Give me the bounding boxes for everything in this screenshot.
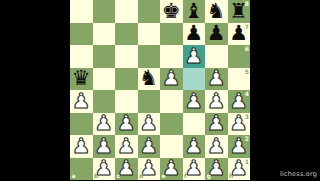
square-e8[interactable]: ♚ bbox=[160, 0, 183, 23]
black-knight[interactable]: ♞ bbox=[207, 0, 226, 21]
square-c8[interactable] bbox=[115, 0, 138, 23]
square-d3[interactable]: ♟ bbox=[138, 113, 161, 136]
square-a3[interactable] bbox=[70, 113, 93, 136]
square-f3[interactable] bbox=[183, 113, 206, 136]
chess-board[interactable]: ♚♝♞♜8♟♟♟7♟6♛♞♟♟5♟♟♟♟4♟♟♟♟♟3♟♟♟♟♟♟♟2a♟b♟c… bbox=[70, 0, 250, 180]
square-g1[interactable]: ♟g bbox=[205, 158, 228, 181]
square-g4[interactable]: ♟ bbox=[205, 90, 228, 113]
square-b6[interactable] bbox=[93, 45, 116, 68]
square-e2[interactable] bbox=[160, 135, 183, 158]
square-b4[interactable] bbox=[93, 90, 116, 113]
square-f8[interactable]: ♝ bbox=[183, 0, 206, 23]
black-bishop[interactable]: ♝ bbox=[184, 0, 203, 21]
pillarbox-right bbox=[250, 0, 320, 180]
square-g8[interactable]: ♞ bbox=[205, 0, 228, 23]
square-g6[interactable] bbox=[205, 45, 228, 68]
white-pawn[interactable]: ♟ bbox=[229, 90, 248, 111]
square-f5[interactable] bbox=[183, 68, 206, 91]
square-f4[interactable]: ♟ bbox=[183, 90, 206, 113]
square-a4[interactable]: ♟ bbox=[70, 90, 93, 113]
square-e4[interactable] bbox=[160, 90, 183, 113]
square-d6[interactable] bbox=[138, 45, 161, 68]
white-pawn[interactable]: ♟ bbox=[139, 158, 158, 179]
white-pawn[interactable]: ♟ bbox=[207, 68, 226, 89]
black-queen[interactable]: ♛ bbox=[72, 68, 91, 89]
white-pawn[interactable]: ♟ bbox=[72, 90, 91, 111]
white-pawn[interactable]: ♟ bbox=[139, 113, 158, 134]
white-pawn[interactable]: ♟ bbox=[207, 113, 226, 134]
white-pawn[interactable]: ♟ bbox=[184, 90, 203, 111]
black-rook[interactable]: ♜ bbox=[229, 0, 248, 21]
square-a1[interactable]: a bbox=[70, 158, 93, 181]
square-h2[interactable]: ♟2 bbox=[228, 135, 251, 158]
rank-coordinate-6: 6 bbox=[245, 46, 249, 52]
square-b8[interactable] bbox=[93, 0, 116, 23]
white-pawn[interactable]: ♟ bbox=[139, 135, 158, 156]
video-frame: ♚♝♞♜8♟♟♟7♟6♛♞♟♟5♟♟♟♟4♟♟♟♟♟3♟♟♟♟♟♟♟2a♟b♟c… bbox=[0, 0, 320, 180]
square-c3[interactable]: ♟ bbox=[115, 113, 138, 136]
square-e1[interactable]: ♟e bbox=[160, 158, 183, 181]
square-h1[interactable]: ♟1h bbox=[228, 158, 251, 181]
square-h7[interactable]: ♟7 bbox=[228, 23, 251, 46]
square-a2[interactable]: ♟ bbox=[70, 135, 93, 158]
white-pawn[interactable]: ♟ bbox=[117, 158, 136, 179]
square-c7[interactable] bbox=[115, 23, 138, 46]
white-pawn[interactable]: ♟ bbox=[94, 135, 113, 156]
square-c1[interactable]: ♟c bbox=[115, 158, 138, 181]
square-e3[interactable] bbox=[160, 113, 183, 136]
square-d4[interactable] bbox=[138, 90, 161, 113]
square-b3[interactable]: ♟ bbox=[93, 113, 116, 136]
white-pawn[interactable]: ♟ bbox=[117, 135, 136, 156]
white-pawn[interactable]: ♟ bbox=[117, 113, 136, 134]
white-pawn[interactable]: ♟ bbox=[162, 68, 181, 89]
square-f7[interactable]: ♟ bbox=[183, 23, 206, 46]
square-a5[interactable]: ♛ bbox=[70, 68, 93, 91]
file-coordinate-a: a bbox=[72, 173, 76, 179]
white-pawn[interactable]: ♟ bbox=[94, 158, 113, 179]
square-a6[interactable] bbox=[70, 45, 93, 68]
square-c4[interactable] bbox=[115, 90, 138, 113]
square-c5[interactable] bbox=[115, 68, 138, 91]
square-b1[interactable]: ♟b bbox=[93, 158, 116, 181]
square-g5[interactable]: ♟ bbox=[205, 68, 228, 91]
square-e7[interactable] bbox=[160, 23, 183, 46]
white-pawn[interactable]: ♟ bbox=[184, 135, 203, 156]
square-g2[interactable]: ♟ bbox=[205, 135, 228, 158]
white-pawn[interactable]: ♟ bbox=[229, 158, 248, 179]
pillarbox-left bbox=[0, 0, 70, 180]
square-g3[interactable]: ♟ bbox=[205, 113, 228, 136]
square-h3[interactable]: ♟3 bbox=[228, 113, 251, 136]
black-pawn[interactable]: ♟ bbox=[207, 23, 226, 44]
white-pawn[interactable]: ♟ bbox=[162, 158, 181, 179]
black-pawn[interactable]: ♟ bbox=[184, 23, 203, 44]
square-b2[interactable]: ♟ bbox=[93, 135, 116, 158]
lichess-watermark: lichess.org bbox=[280, 171, 317, 178]
square-h6[interactable]: 6 bbox=[228, 45, 251, 68]
square-f2[interactable]: ♟ bbox=[183, 135, 206, 158]
square-b5[interactable] bbox=[93, 68, 116, 91]
white-pawn[interactable]: ♟ bbox=[184, 45, 203, 66]
black-king[interactable]: ♚ bbox=[162, 0, 181, 21]
white-pawn[interactable]: ♟ bbox=[184, 158, 203, 179]
white-pawn[interactable]: ♟ bbox=[207, 135, 226, 156]
square-f6[interactable]: ♟ bbox=[183, 45, 206, 68]
square-a8[interactable] bbox=[70, 0, 93, 23]
square-d1[interactable]: ♟d bbox=[138, 158, 161, 181]
square-f1[interactable]: ♟f bbox=[183, 158, 206, 181]
square-b7[interactable] bbox=[93, 23, 116, 46]
square-d2[interactable]: ♟ bbox=[138, 135, 161, 158]
white-pawn[interactable]: ♟ bbox=[94, 113, 113, 134]
white-pawn[interactable]: ♟ bbox=[229, 135, 248, 156]
square-h8[interactable]: ♜8 bbox=[228, 0, 251, 23]
white-pawn[interactable]: ♟ bbox=[207, 90, 226, 111]
square-h4[interactable]: ♟4 bbox=[228, 90, 251, 113]
square-a7[interactable] bbox=[70, 23, 93, 46]
black-knight[interactable]: ♞ bbox=[139, 68, 158, 89]
square-h5[interactable]: 5 bbox=[228, 68, 251, 91]
square-d8[interactable] bbox=[138, 0, 161, 23]
white-pawn[interactable]: ♟ bbox=[229, 113, 248, 134]
square-e5[interactable]: ♟ bbox=[160, 68, 183, 91]
square-c6[interactable] bbox=[115, 45, 138, 68]
square-g7[interactable]: ♟ bbox=[205, 23, 228, 46]
white-pawn[interactable]: ♟ bbox=[72, 135, 91, 156]
square-d7[interactable] bbox=[138, 23, 161, 46]
square-e6[interactable] bbox=[160, 45, 183, 68]
rank-coordinate-5: 5 bbox=[245, 69, 249, 75]
white-pawn[interactable]: ♟ bbox=[207, 158, 226, 179]
square-d5[interactable]: ♞ bbox=[138, 68, 161, 91]
square-c2[interactable]: ♟ bbox=[115, 135, 138, 158]
black-pawn[interactable]: ♟ bbox=[229, 23, 248, 44]
